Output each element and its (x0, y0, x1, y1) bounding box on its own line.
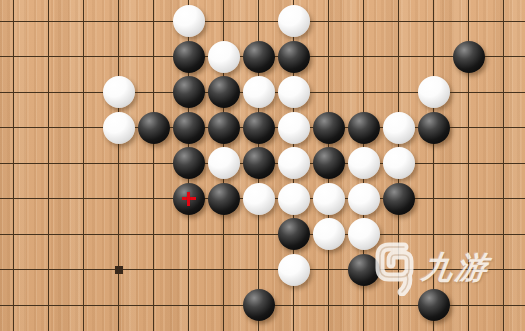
stone-black (243, 112, 275, 144)
stone-white (278, 76, 310, 108)
go-board[interactable]: 九游 (0, 0, 525, 331)
stone-white (418, 76, 450, 108)
stone-white (208, 41, 240, 73)
stone-white (348, 218, 380, 250)
stone-black (278, 218, 310, 250)
stone-black (418, 289, 450, 321)
stone-black (208, 183, 240, 215)
stone-black (243, 147, 275, 179)
stone-black (173, 41, 205, 73)
grid-line-vertical (48, 0, 49, 331)
stone-black (418, 112, 450, 144)
stone-black (243, 41, 275, 73)
last-move-marker (181, 191, 197, 207)
grid-line-vertical (503, 0, 504, 331)
stone-black (313, 112, 345, 144)
stone-white (173, 5, 205, 37)
stone-black (208, 76, 240, 108)
stone-black (348, 254, 380, 286)
grid-line-vertical (153, 0, 154, 331)
stone-white (278, 183, 310, 215)
stone-black (138, 112, 170, 144)
star-point (115, 266, 123, 274)
stone-white (103, 76, 135, 108)
grid-line-vertical (83, 0, 84, 331)
stone-black (243, 289, 275, 321)
stone-black (208, 112, 240, 144)
stone-black (348, 112, 380, 144)
stone-black (383, 183, 415, 215)
grid-line-horizontal (0, 21, 525, 22)
stone-black (313, 147, 345, 179)
grid-line-vertical (118, 0, 119, 331)
stone-white (278, 254, 310, 286)
stone-white (383, 112, 415, 144)
stone-black (278, 41, 310, 73)
stone-white (383, 147, 415, 179)
stone-white (208, 147, 240, 179)
watermark-text: 九游 (419, 247, 493, 289)
stone-white (313, 218, 345, 250)
grid-line-vertical (13, 0, 14, 331)
stone-black (173, 147, 205, 179)
stone-white (348, 183, 380, 215)
stone-black (173, 112, 205, 144)
stone-white (313, 183, 345, 215)
stone-white (103, 112, 135, 144)
stone-white (348, 147, 380, 179)
stone-white (278, 147, 310, 179)
stone-black (453, 41, 485, 73)
stone-black (173, 76, 205, 108)
grid-line-horizontal (0, 269, 525, 270)
stone-white (243, 76, 275, 108)
grid-line-horizontal (0, 234, 525, 235)
stone-white (278, 112, 310, 144)
jiuyou-logo-icon (374, 240, 420, 296)
jiuyou-watermark: 九游 (374, 240, 490, 296)
stone-white (278, 5, 310, 37)
stone-white (243, 183, 275, 215)
grid-line-vertical (433, 0, 434, 331)
